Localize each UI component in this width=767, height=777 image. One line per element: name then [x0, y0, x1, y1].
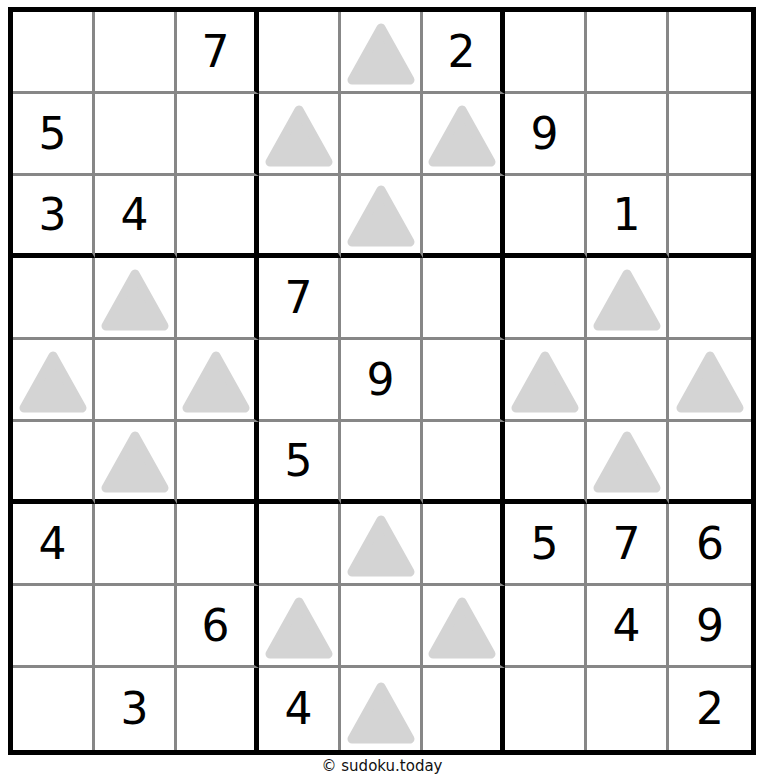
given-digit: 2 — [696, 687, 724, 731]
cell-r7c8[interactable]: 7 — [587, 504, 669, 586]
triangle-marker-icon — [345, 183, 417, 249]
cell-r6c4[interactable]: 5 — [259, 422, 341, 504]
triangle-marker-icon — [17, 349, 89, 415]
cell-r4c7[interactable] — [505, 258, 587, 340]
cell-r3c3[interactable] — [177, 176, 259, 258]
triangle-marker-icon — [509, 349, 581, 415]
given-digit: 6 — [202, 604, 230, 648]
cell-r3c8[interactable]: 1 — [587, 176, 669, 258]
given-digit: 2 — [448, 30, 476, 74]
triangle-marker-icon — [426, 595, 498, 661]
cell-r7c6[interactable] — [423, 504, 505, 586]
given-digit: 3 — [121, 687, 149, 731]
triangle-marker-icon — [263, 595, 335, 661]
cell-r6c9[interactable] — [669, 422, 751, 504]
cell-r3c1[interactable]: 3 — [13, 176, 95, 258]
cell-r8c4[interactable] — [259, 586, 341, 668]
cell-r8c9[interactable]: 9 — [669, 586, 751, 668]
given-digit: 9 — [531, 112, 559, 156]
cell-r2c7[interactable]: 9 — [505, 94, 587, 176]
cell-r8c8[interactable]: 4 — [587, 586, 669, 668]
cell-r7c3[interactable] — [177, 504, 259, 586]
given-digit: 5 — [285, 439, 313, 483]
cell-r2c1[interactable]: 5 — [13, 94, 95, 176]
cell-r2c3[interactable] — [177, 94, 259, 176]
cell-r9c9[interactable]: 2 — [669, 668, 751, 750]
cell-r3c9[interactable] — [669, 176, 751, 258]
cell-r3c7[interactable] — [505, 176, 587, 258]
cell-r1c5[interactable] — [341, 12, 423, 94]
given-digit: 5 — [531, 522, 559, 566]
given-digit: 3 — [39, 193, 67, 237]
cell-r9c8[interactable] — [587, 668, 669, 750]
given-digit: 7 — [202, 30, 230, 74]
cell-r6c6[interactable] — [423, 422, 505, 504]
cell-r8c3[interactable]: 6 — [177, 586, 259, 668]
cell-r8c7[interactable] — [505, 586, 587, 668]
cell-r5c3[interactable] — [177, 340, 259, 422]
cell-r3c2[interactable]: 4 — [95, 176, 177, 258]
cell-r4c6[interactable] — [423, 258, 505, 340]
cell-r2c5[interactable] — [341, 94, 423, 176]
cell-r4c2[interactable] — [95, 258, 177, 340]
cell-r6c5[interactable] — [341, 422, 423, 504]
triangle-marker-icon — [591, 429, 663, 495]
cell-r2c9[interactable] — [669, 94, 751, 176]
cell-r5c5[interactable]: 9 — [341, 340, 423, 422]
cell-r1c2[interactable] — [95, 12, 177, 94]
cell-r9c3[interactable] — [177, 668, 259, 750]
cell-r9c6[interactable] — [423, 668, 505, 750]
cell-r7c5[interactable] — [341, 504, 423, 586]
given-digit: 5 — [39, 112, 67, 156]
triangle-marker-icon — [674, 349, 746, 415]
given-digit: 4 — [121, 193, 149, 237]
cell-r1c3[interactable]: 7 — [177, 12, 259, 94]
given-digit: 4 — [285, 687, 313, 731]
given-digit: 4 — [613, 604, 641, 648]
cell-r2c4[interactable] — [259, 94, 341, 176]
cell-r1c9[interactable] — [669, 12, 751, 94]
cell-r6c8[interactable] — [587, 422, 669, 504]
cell-r5c4[interactable] — [259, 340, 341, 422]
cell-r8c5[interactable] — [341, 586, 423, 668]
triangle-marker-icon — [591, 267, 663, 333]
given-digit: 9 — [367, 358, 395, 402]
cell-r7c7[interactable]: 5 — [505, 504, 587, 586]
cell-r1c7[interactable] — [505, 12, 587, 94]
cell-r2c8[interactable] — [587, 94, 669, 176]
cell-r5c7[interactable] — [505, 340, 587, 422]
given-digit: 7 — [285, 276, 313, 320]
given-digit: 1 — [613, 193, 641, 237]
given-digit: 7 — [613, 522, 641, 566]
cell-r4c4[interactable]: 7 — [259, 258, 341, 340]
credit-text: © sudoku.today — [8, 757, 756, 775]
cell-r4c9[interactable] — [669, 258, 751, 340]
cell-r7c1[interactable]: 4 — [13, 504, 95, 586]
cell-r9c4[interactable]: 4 — [259, 668, 341, 750]
triangle-marker-icon — [180, 349, 252, 415]
cell-r9c1[interactable] — [13, 668, 95, 750]
given-digit: 4 — [39, 522, 67, 566]
cell-r1c1[interactable] — [13, 12, 95, 94]
cell-r4c5[interactable] — [341, 258, 423, 340]
cell-r3c4[interactable] — [259, 176, 341, 258]
cell-r2c6[interactable] — [423, 94, 505, 176]
cell-r2c2[interactable] — [95, 94, 177, 176]
triangle-marker-icon — [99, 267, 171, 333]
cell-r5c9[interactable] — [669, 340, 751, 422]
triangle-marker-icon — [345, 21, 417, 87]
triangle-marker-icon — [345, 680, 417, 746]
cell-r6c3[interactable] — [177, 422, 259, 504]
cell-r5c1[interactable] — [13, 340, 95, 422]
cell-r5c6[interactable] — [423, 340, 505, 422]
cell-r4c8[interactable] — [587, 258, 669, 340]
cell-r8c2[interactable] — [95, 586, 177, 668]
given-digit: 6 — [696, 522, 724, 566]
cell-r7c2[interactable] — [95, 504, 177, 586]
sudoku-board: 72593417954576649342 — [8, 7, 756, 755]
cell-r6c2[interactable] — [95, 422, 177, 504]
cell-r9c5[interactable] — [341, 668, 423, 750]
triangle-marker-icon — [426, 103, 498, 169]
cell-r5c8[interactable] — [587, 340, 669, 422]
cell-r6c1[interactable] — [13, 422, 95, 504]
cell-r1c8[interactable] — [587, 12, 669, 94]
given-digit: 9 — [696, 604, 724, 648]
cell-r3c5[interactable] — [341, 176, 423, 258]
cell-r1c4[interactable] — [259, 12, 341, 94]
triangle-marker-icon — [345, 513, 417, 579]
cell-r5c2[interactable] — [95, 340, 177, 422]
cell-r8c1[interactable] — [13, 586, 95, 668]
cell-r6c7[interactable] — [505, 422, 587, 504]
cell-r9c7[interactable] — [505, 668, 587, 750]
cell-r3c6[interactable] — [423, 176, 505, 258]
triangle-marker-icon — [263, 103, 335, 169]
cell-r1c6[interactable]: 2 — [423, 12, 505, 94]
cell-r7c4[interactable] — [259, 504, 341, 586]
cell-r7c9[interactable]: 6 — [669, 504, 751, 586]
cell-r8c6[interactable] — [423, 586, 505, 668]
cell-r4c1[interactable] — [13, 258, 95, 340]
cell-r9c2[interactable]: 3 — [95, 668, 177, 750]
cell-r4c3[interactable] — [177, 258, 259, 340]
triangle-marker-icon — [99, 429, 171, 495]
